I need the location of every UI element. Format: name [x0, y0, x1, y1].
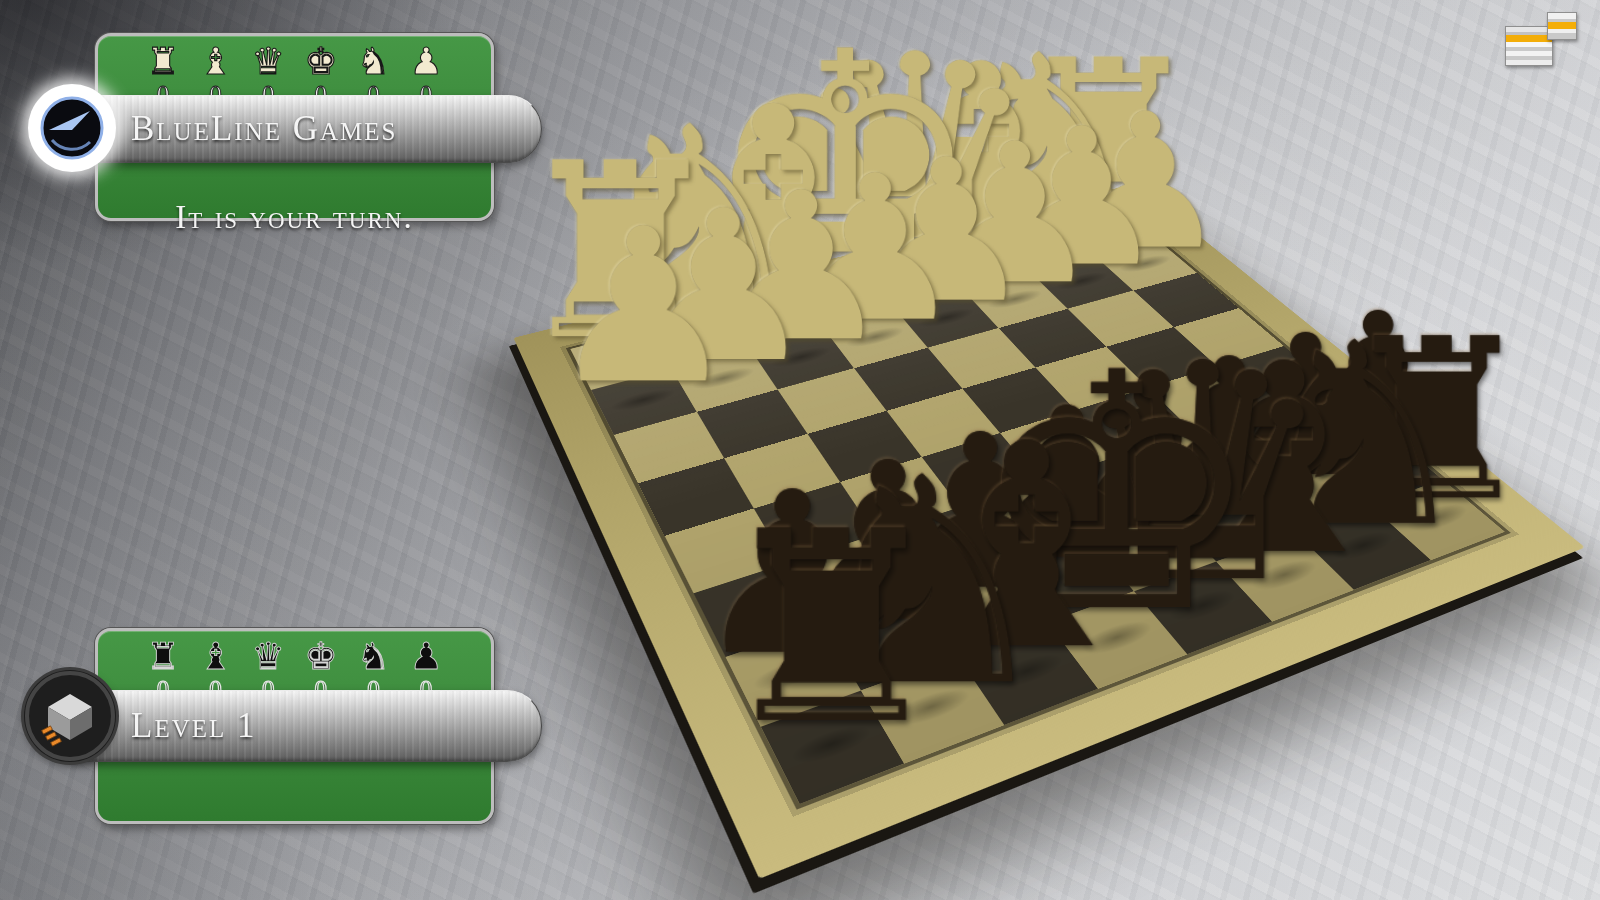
white-pawn-icon: ♟	[409, 41, 442, 83]
clock-icon	[28, 84, 116, 172]
black-rook-icon: ♜	[146, 636, 179, 678]
square-h2[interactable]: ♟	[591, 369, 697, 435]
cpu-chip-icon	[24, 670, 116, 762]
black-king-icon: ♚	[304, 636, 337, 678]
window-switcher-icon[interactable]	[1505, 12, 1585, 64]
white-queen-icon: ♛	[252, 41, 285, 83]
turn-status: It is your turn.	[98, 199, 491, 236]
game-scene: ♜♞♝♚♛♝♞♜♟♟♟♟♟♟♟♟♟♟♟♟♟♟♟♟♜♞♝♚♛♝♞♜ ♜0♝0♛0♚…	[0, 0, 1600, 900]
black-bishop-icon: ♝	[199, 636, 232, 678]
piece-black-rook[interactable]: ♜	[577, 496, 1087, 760]
black-knight-icon: ♞	[357, 636, 390, 678]
board-squares: ♜♞♝♚♛♝♞♜♟♟♟♟♟♟♟♟♟♟♟♟♟♟♟♟♜♞♝♚♛♝♞♜	[570, 209, 1504, 804]
white-knight-icon: ♞	[357, 41, 390, 83]
white-bishop-icon: ♝	[199, 41, 232, 83]
square-h8[interactable]: ♜	[761, 690, 905, 804]
window-thumbnail-small	[1547, 12, 1577, 40]
black-pawn-icon: ♟	[409, 636, 442, 678]
white-king-icon: ♚	[304, 41, 337, 83]
chess-board[interactable]: ♜♞♝♚♛♝♞♜♟♟♟♟♟♟♟♟♟♟♟♟♟♟♟♟♜♞♝♚♛♝♞♜	[513, 184, 1585, 879]
piece-white-pawn[interactable]: ♟	[449, 201, 838, 414]
black-queen-icon: ♛	[252, 636, 285, 678]
player-bar-white: BlueLine Games	[52, 95, 542, 163]
window-thumbnail-large	[1505, 26, 1553, 66]
opponent-bar: Level 1	[52, 690, 542, 762]
board-3d-scene: ♜♞♝♚♛♝♞♜♟♟♟♟♟♟♟♟♟♟♟♟♟♟♟♟♜♞♝♚♛♝♞♜	[605, 38, 1395, 828]
white-rook-icon: ♜	[146, 41, 179, 83]
